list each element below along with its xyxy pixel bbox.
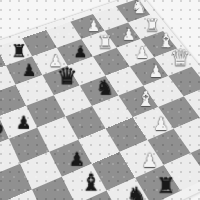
chess-board-mat: ♜♟♞♟♟♟♜♟♜♛♟♝♚♟♞♟♛♝♟♟♝♟♟♞♜♚ ⚜ (0, 0, 200, 200)
piece-black-knight: ♞ (91, 76, 120, 101)
square-d1: ♞ (106, 177, 152, 200)
piece-white-pawn: ♟ (133, 149, 165, 171)
chessboard-photo: ♜♟♞♟♟♟♜♟♜♛♟♝♚♟♞♟♛♝♟♟♝♟♟♞♜♚ ⚜ (0, 0, 200, 200)
square-b2 (32, 177, 76, 200)
chess-board: ♜♟♞♟♟♟♜♟♜♛♟♝♚♟♞♟♛♝♟♟♝♟♟♞♜♚ (0, 0, 200, 200)
